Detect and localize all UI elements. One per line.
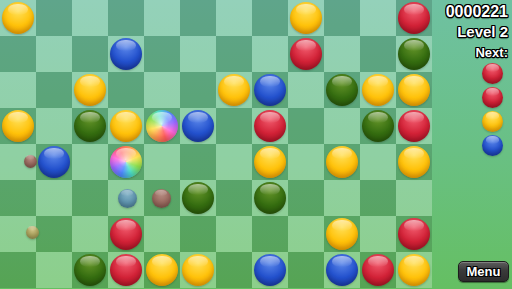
yellow-ball[interactable] [218,74,250,106]
yellow-ball[interactable] [398,146,430,178]
board-cell[interactable] [288,108,324,144]
blue-ball[interactable] [254,254,286,286]
yellow-ball[interactable] [74,74,106,106]
green-ball[interactable] [362,110,394,142]
level-display: Level 2 [432,24,512,41]
blue-ball[interactable] [254,74,286,106]
yellow-ball[interactable] [290,2,322,34]
rainbow-ball[interactable] [146,110,178,142]
next-balls-panel [482,63,503,156]
board-cell[interactable] [324,36,360,72]
board-cell[interactable] [72,180,108,216]
yellow-ball[interactable] [326,218,358,250]
score-display: 0000221 [432,3,512,21]
board-cell[interactable] [72,144,108,180]
red-ball[interactable] [398,2,430,34]
board-cell[interactable] [36,36,72,72]
red-ball[interactable] [254,110,286,142]
rainbow-ball[interactable] [110,146,142,178]
board-cell[interactable] [216,144,252,180]
next-red-ball [482,63,503,84]
board-cell[interactable] [36,108,72,144]
board-cell[interactable] [108,0,144,36]
board-cell[interactable] [216,36,252,72]
yellow-ball[interactable] [398,74,430,106]
board-cell[interactable] [252,216,288,252]
board-cell[interactable] [144,0,180,36]
board-cell[interactable] [180,216,216,252]
game-board [0,0,432,288]
board-cell[interactable] [144,144,180,180]
board-cell[interactable] [360,144,396,180]
menu-button[interactable]: Menu [458,261,509,282]
next-label: Next: [432,46,512,60]
red-ball[interactable] [290,38,322,70]
yellow-ball[interactable] [110,110,142,142]
green-ball[interactable] [254,182,286,214]
green-ball[interactable] [74,110,106,142]
green-ball[interactable] [398,38,430,70]
yellow-ball[interactable] [146,254,178,286]
sidebar: 0000221 Level 2 Next: Menu [432,0,512,289]
board-cell[interactable] [72,36,108,72]
next-blue-ball [482,135,503,156]
red-ball[interactable] [398,110,430,142]
board-cell[interactable] [36,72,72,108]
board-cell[interactable] [36,252,72,288]
board-cell[interactable] [360,0,396,36]
board-cell[interactable] [144,72,180,108]
small-red-preview-ball[interactable] [24,155,37,168]
board-cell[interactable] [36,0,72,36]
board-cell[interactable] [144,36,180,72]
board-cell[interactable] [216,216,252,252]
board-cell[interactable] [252,0,288,36]
yellow-ball[interactable] [2,2,34,34]
board-cell[interactable] [396,180,432,216]
board-cell[interactable] [288,144,324,180]
board-cell[interactable] [0,180,36,216]
board-cell[interactable] [324,180,360,216]
blue-ball[interactable] [110,38,142,70]
board-cell[interactable] [216,180,252,216]
next-red-ball [482,87,503,108]
board-cell[interactable] [288,180,324,216]
board-cell[interactable] [0,72,36,108]
board-cell[interactable] [324,108,360,144]
yellow-ball[interactable] [182,254,214,286]
small-blue-preview-ball[interactable] [118,189,137,208]
red-ball[interactable] [362,254,394,286]
board-cell[interactable] [216,252,252,288]
board-cell[interactable] [36,216,72,252]
board-cell[interactable] [360,216,396,252]
blue-ball[interactable] [182,110,214,142]
yellow-ball[interactable] [398,254,430,286]
board-cell[interactable] [180,72,216,108]
board-cell[interactable] [0,36,36,72]
red-ball[interactable] [110,218,142,250]
green-ball[interactable] [326,74,358,106]
yellow-ball[interactable] [254,146,286,178]
board-cell[interactable] [324,0,360,36]
green-ball[interactable] [182,182,214,214]
board-cell[interactable] [288,252,324,288]
yellow-ball[interactable] [326,146,358,178]
yellow-ball[interactable] [2,110,34,142]
green-ball[interactable] [74,254,106,286]
board-cell[interactable] [36,180,72,216]
board-cell[interactable] [180,0,216,36]
board-cell[interactable] [72,216,108,252]
yellow-ball[interactable] [362,74,394,106]
board-cell[interactable] [144,216,180,252]
board-cell[interactable] [360,36,396,72]
board-cell[interactable] [180,144,216,180]
board-cell[interactable] [0,252,36,288]
board-cell[interactable] [216,108,252,144]
board-cell[interactable] [288,216,324,252]
game-screen: 0000221 Level 2 Next: Menu [0,0,512,289]
blue-ball[interactable] [326,254,358,286]
board-cell[interactable] [72,0,108,36]
red-ball[interactable] [398,218,430,250]
board-cell[interactable] [108,72,144,108]
board-cell[interactable] [360,180,396,216]
small-yellow-preview-ball[interactable] [26,226,39,239]
board-cell[interactable] [252,36,288,72]
next-yellow-ball [482,111,503,132]
red-ball[interactable] [110,254,142,286]
board-cell[interactable] [288,72,324,108]
blue-ball[interactable] [38,146,70,178]
board-cell[interactable] [216,0,252,36]
small-red-preview-ball[interactable] [152,189,171,208]
board-cell[interactable] [180,36,216,72]
